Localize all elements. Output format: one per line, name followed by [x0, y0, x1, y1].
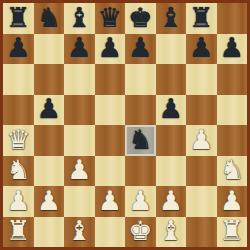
piece-white-rook: ♜ [220, 217, 244, 244]
square-h4[interactable] [217, 125, 248, 156]
square-g3[interactable] [186, 156, 217, 187]
chess-board: ♜♞♝♛♚♝♜♟♟♟♟♟♟♟♟♛♞♟♞♟♞♟♟♟♟♟♟♜♝♚♝♜ [3, 3, 247, 247]
square-e4[interactable]: ♞ [125, 125, 156, 156]
square-f6[interactable] [156, 64, 187, 95]
piece-white-bishop: ♝ [159, 217, 183, 244]
piece-white-pawn: ♟ [67, 156, 91, 183]
piece-white-pawn: ♟ [128, 187, 152, 214]
piece-black-knight: ♞ [128, 126, 152, 153]
square-a3[interactable]: ♞ [3, 156, 34, 187]
square-d1[interactable] [95, 217, 126, 248]
square-a1[interactable]: ♜ [3, 217, 34, 248]
square-g5[interactable] [186, 95, 217, 126]
square-a6[interactable] [3, 64, 34, 95]
square-h6[interactable] [217, 64, 248, 95]
square-e7[interactable]: ♟ [125, 34, 156, 65]
square-d6[interactable] [95, 64, 126, 95]
square-h8[interactable] [217, 3, 248, 34]
square-h1[interactable]: ♜ [217, 217, 248, 248]
square-f2[interactable]: ♟ [156, 186, 187, 217]
piece-white-pawn: ♟ [6, 187, 30, 214]
piece-white-knight: ♞ [6, 156, 30, 183]
square-e6[interactable] [125, 64, 156, 95]
board-frame: ♜♞♝♛♚♝♜♟♟♟♟♟♟♟♟♛♞♟♞♟♞♟♟♟♟♟♟♜♝♚♝♜ [0, 0, 250, 250]
piece-black-knight: ♞ [37, 4, 61, 31]
square-a8[interactable]: ♜ [3, 3, 34, 34]
square-c2[interactable] [64, 186, 95, 217]
piece-black-bishop: ♝ [159, 4, 183, 31]
square-h7[interactable]: ♟ [217, 34, 248, 65]
square-d7[interactable]: ♟ [95, 34, 126, 65]
piece-white-pawn: ♟ [220, 187, 244, 214]
piece-white-pawn: ♟ [37, 187, 61, 214]
piece-black-pawn: ♟ [67, 34, 91, 61]
piece-black-pawn: ♟ [159, 95, 183, 122]
piece-black-pawn: ♟ [6, 34, 30, 61]
square-c6[interactable] [64, 64, 95, 95]
square-a7[interactable]: ♟ [3, 34, 34, 65]
square-e3[interactable] [125, 156, 156, 187]
piece-black-king: ♚ [128, 4, 152, 31]
square-d4[interactable] [95, 125, 126, 156]
piece-white-pawn: ♟ [159, 187, 183, 214]
square-g2[interactable] [186, 186, 217, 217]
square-b2[interactable]: ♟ [34, 186, 65, 217]
piece-black-pawn: ♟ [98, 34, 122, 61]
square-g4[interactable]: ♟ [186, 125, 217, 156]
square-f4[interactable] [156, 125, 187, 156]
square-f7[interactable] [156, 34, 187, 65]
square-b6[interactable] [34, 64, 65, 95]
square-c7[interactable]: ♟ [64, 34, 95, 65]
piece-white-pawn: ♟ [189, 126, 213, 153]
square-a5[interactable] [3, 95, 34, 126]
square-a2[interactable]: ♟ [3, 186, 34, 217]
square-h3[interactable]: ♞ [217, 156, 248, 187]
square-d3[interactable] [95, 156, 126, 187]
square-b7[interactable] [34, 34, 65, 65]
piece-black-pawn: ♟ [189, 34, 213, 61]
square-c3[interactable]: ♟ [64, 156, 95, 187]
piece-white-knight: ♞ [220, 156, 244, 183]
square-b5[interactable]: ♟ [34, 95, 65, 126]
square-f3[interactable] [156, 156, 187, 187]
piece-white-pawn: ♟ [98, 187, 122, 214]
piece-black-pawn: ♟ [37, 95, 61, 122]
square-g6[interactable] [186, 64, 217, 95]
square-b8[interactable]: ♞ [34, 3, 65, 34]
square-e8[interactable]: ♚ [125, 3, 156, 34]
square-a4[interactable]: ♛ [3, 125, 34, 156]
piece-white-queen: ♛ [6, 126, 30, 153]
square-b1[interactable] [34, 217, 65, 248]
square-g1[interactable] [186, 217, 217, 248]
square-e5[interactable] [125, 95, 156, 126]
square-h2[interactable]: ♟ [217, 186, 248, 217]
piece-black-pawn: ♟ [220, 34, 244, 61]
piece-black-bishop: ♝ [67, 4, 91, 31]
square-d5[interactable] [95, 95, 126, 126]
square-h5[interactable] [217, 95, 248, 126]
square-e1[interactable]: ♚ [125, 217, 156, 248]
square-d2[interactable]: ♟ [95, 186, 126, 217]
piece-white-rook: ♜ [6, 217, 30, 244]
square-c4[interactable] [64, 125, 95, 156]
square-c5[interactable] [64, 95, 95, 126]
piece-black-queen: ♛ [98, 4, 122, 31]
piece-white-king: ♚ [128, 217, 152, 244]
square-b3[interactable] [34, 156, 65, 187]
square-f5[interactable]: ♟ [156, 95, 187, 126]
square-c1[interactable]: ♝ [64, 217, 95, 248]
square-d8[interactable]: ♛ [95, 3, 126, 34]
square-b4[interactable] [34, 125, 65, 156]
square-g8[interactable]: ♜ [186, 3, 217, 34]
piece-white-bishop: ♝ [67, 217, 91, 244]
square-c8[interactable]: ♝ [64, 3, 95, 34]
piece-black-rook: ♜ [189, 4, 213, 31]
square-f8[interactable]: ♝ [156, 3, 187, 34]
square-e2[interactable]: ♟ [125, 186, 156, 217]
piece-black-rook: ♜ [6, 4, 30, 31]
square-g7[interactable]: ♟ [186, 34, 217, 65]
piece-black-pawn: ♟ [128, 34, 152, 61]
square-f1[interactable]: ♝ [156, 217, 187, 248]
